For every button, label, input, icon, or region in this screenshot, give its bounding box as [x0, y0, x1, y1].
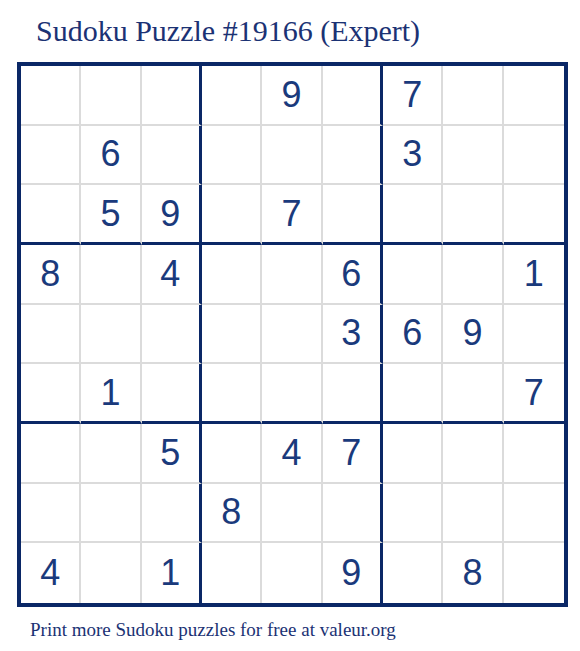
cell-r4c5-empty: [262, 245, 322, 305]
cell-r8c4-given: 8: [202, 484, 262, 544]
cell-r4c1-given: 8: [21, 245, 81, 305]
cell-r1c4-empty: [202, 66, 262, 126]
cell-r3c3-given: 9: [142, 185, 202, 245]
cell-r5c6-given: 3: [323, 305, 383, 365]
cell-r5c9-empty: [504, 305, 564, 365]
cell-r6c5-empty: [262, 364, 322, 424]
cell-r3c2-given: 5: [81, 185, 141, 245]
cell-r6c6-empty: [323, 364, 383, 424]
cell-r3c8-empty: [443, 185, 503, 245]
cell-r9c2-empty: [81, 543, 141, 603]
cell-r4c7-empty: [383, 245, 443, 305]
cell-r9c6-given: 9: [323, 543, 383, 603]
cell-r9c5-empty: [262, 543, 322, 603]
cell-r1c7-given: 7: [383, 66, 443, 126]
cell-r6c9-given: 7: [504, 364, 564, 424]
cell-r4c9-given: 1: [504, 245, 564, 305]
cell-r7c1-empty: [21, 424, 81, 484]
cell-r6c4-empty: [202, 364, 262, 424]
cell-r2c7-given: 3: [383, 126, 443, 186]
cell-r8c7-empty: [383, 484, 443, 544]
cell-r1c3-empty: [142, 66, 202, 126]
cell-r6c3-empty: [142, 364, 202, 424]
cell-r5c7-given: 6: [383, 305, 443, 365]
page-title: Sudoku Puzzle #19166 (Expert): [36, 13, 580, 49]
cell-r7c5-given: 4: [262, 424, 322, 484]
cell-r5c8-given: 9: [443, 305, 503, 365]
cell-r3c9-empty: [504, 185, 564, 245]
cell-r1c5-given: 9: [262, 66, 322, 126]
cell-r2c2-given: 6: [81, 126, 141, 186]
cell-r4c2-empty: [81, 245, 141, 305]
footer-text: Print more Sudoku puzzles for free at va…: [30, 619, 580, 641]
cell-r9c3-given: 1: [142, 543, 202, 603]
cell-r2c5-empty: [262, 126, 322, 186]
cell-r9c9-empty: [504, 543, 564, 603]
cell-r8c9-empty: [504, 484, 564, 544]
cell-r5c1-empty: [21, 305, 81, 365]
cell-r3c5-given: 7: [262, 185, 322, 245]
cell-r5c4-empty: [202, 305, 262, 365]
cell-r8c8-empty: [443, 484, 503, 544]
cell-r4c6-given: 6: [323, 245, 383, 305]
cell-r1c6-empty: [323, 66, 383, 126]
cell-r6c8-empty: [443, 364, 503, 424]
cell-r6c7-empty: [383, 364, 443, 424]
cell-r1c8-empty: [443, 66, 503, 126]
cell-r4c8-empty: [443, 245, 503, 305]
cell-r9c8-given: 8: [443, 543, 503, 603]
cell-r9c4-empty: [202, 543, 262, 603]
cell-r7c3-given: 5: [142, 424, 202, 484]
cell-r2c9-empty: [504, 126, 564, 186]
cell-r7c8-empty: [443, 424, 503, 484]
cell-r7c7-empty: [383, 424, 443, 484]
cell-r2c1-empty: [21, 126, 81, 186]
cell-r5c3-empty: [142, 305, 202, 365]
cell-r1c2-empty: [81, 66, 141, 126]
cell-r5c2-empty: [81, 305, 141, 365]
cell-r8c5-empty: [262, 484, 322, 544]
cell-r8c6-empty: [323, 484, 383, 544]
cell-r1c9-empty: [504, 66, 564, 126]
cell-r3c4-empty: [202, 185, 262, 245]
cell-r8c3-empty: [142, 484, 202, 544]
cell-r7c9-empty: [504, 424, 564, 484]
cell-r5c5-empty: [262, 305, 322, 365]
cell-r2c6-empty: [323, 126, 383, 186]
cell-r2c4-empty: [202, 126, 262, 186]
cell-r3c1-empty: [21, 185, 81, 245]
cell-r2c3-empty: [142, 126, 202, 186]
cell-r9c7-empty: [383, 543, 443, 603]
cell-r7c6-given: 7: [323, 424, 383, 484]
cell-r7c4-empty: [202, 424, 262, 484]
sudoku-board: 976359784613691754784198: [17, 62, 568, 607]
cell-r3c6-empty: [323, 185, 383, 245]
cell-r7c2-empty: [81, 424, 141, 484]
cell-r8c2-empty: [81, 484, 141, 544]
cell-r4c3-given: 4: [142, 245, 202, 305]
cell-r1c1-empty: [21, 66, 81, 126]
cell-r2c8-empty: [443, 126, 503, 186]
cell-r3c7-empty: [383, 185, 443, 245]
cell-r9c1-given: 4: [21, 543, 81, 603]
cell-r8c1-empty: [21, 484, 81, 544]
cell-r6c2-given: 1: [81, 364, 141, 424]
cell-r6c1-empty: [21, 364, 81, 424]
cell-r4c4-empty: [202, 245, 262, 305]
